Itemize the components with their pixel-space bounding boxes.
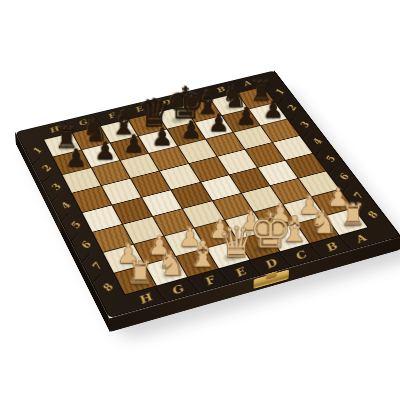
piece-contact-shadow — [206, 228, 234, 244]
piece-contact-shadow — [308, 224, 336, 240]
coord-label-right-4: 4 — [298, 131, 335, 152]
piece-contact-shadow — [188, 257, 217, 273]
piece-contact-shadow — [219, 248, 248, 264]
chess-box: HGFEDCBA HGFEDCBA 12345678 12345678 ♜♞♝♛… — [15, 70, 400, 318]
piece-contact-shadow — [92, 150, 118, 164]
piece-contact-shadow — [149, 136, 175, 149]
board-top-face: HGFEDCBA HGFEDCBA 12345678 12345678 ♜♞♝♛… — [15, 70, 400, 318]
piece-contact-shadow — [337, 216, 365, 231]
photo-scene: HGFEDCBA HGFEDCBA 12345678 12345678 ♜♞♝♛… — [0, 0, 400, 400]
piece-contact-shadow — [63, 157, 89, 171]
